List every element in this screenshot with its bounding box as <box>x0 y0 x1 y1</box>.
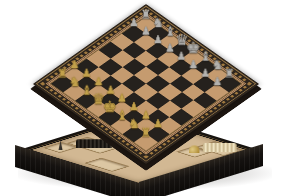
board-square: ♟ <box>205 84 229 101</box>
black-cone-piece <box>56 140 65 155</box>
board-square <box>134 67 158 84</box>
piece-white-rook: ♜ <box>137 122 155 142</box>
product-photo-scene: ♜♞♝♛♚♝♞♜♟♟♟♟♟♟♟♟♟♟♟♟♟♟♟♟♜♞♝♛♚♝♞♜ <box>0 0 290 196</box>
storage-slot <box>43 142 79 153</box>
piece-black-pawn: ♟ <box>208 72 226 92</box>
board-square: ♜ <box>134 134 158 151</box>
brass-piece <box>189 146 200 159</box>
